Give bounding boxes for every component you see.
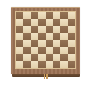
square-a3[interactable] xyxy=(16,47,23,54)
square-c4[interactable] xyxy=(31,40,38,47)
square-g5[interactable] xyxy=(60,33,67,40)
square-f8[interactable] xyxy=(53,12,60,19)
chess-board xyxy=(11,7,80,77)
square-f4[interactable] xyxy=(53,40,60,47)
square-a6[interactable] xyxy=(16,26,23,33)
square-e3[interactable] xyxy=(46,47,53,54)
square-f5[interactable] xyxy=(53,33,60,40)
square-h1[interactable] xyxy=(68,61,75,68)
square-b7[interactable] xyxy=(23,19,30,26)
square-h8[interactable] xyxy=(68,12,75,19)
square-e5[interactable] xyxy=(46,33,53,40)
square-a8[interactable] xyxy=(16,12,23,19)
square-d1[interactable] xyxy=(38,61,45,68)
square-g4[interactable] xyxy=(60,40,67,47)
square-g1[interactable] xyxy=(60,61,67,68)
square-c3[interactable] xyxy=(31,47,38,54)
board-inner-border xyxy=(15,11,76,69)
square-c2[interactable] xyxy=(31,54,38,61)
square-d7[interactable] xyxy=(38,19,45,26)
square-d6[interactable] xyxy=(38,26,45,33)
square-d2[interactable] xyxy=(38,54,45,61)
square-a1[interactable] xyxy=(16,61,23,68)
square-e1[interactable] xyxy=(46,61,53,68)
square-d4[interactable] xyxy=(38,40,45,47)
square-a4[interactable] xyxy=(16,40,23,47)
square-g7[interactable] xyxy=(60,19,67,26)
square-c6[interactable] xyxy=(31,26,38,33)
square-g8[interactable] xyxy=(60,12,67,19)
square-d5[interactable] xyxy=(38,33,45,40)
square-b5[interactable] xyxy=(23,33,30,40)
square-e2[interactable] xyxy=(46,54,53,61)
square-h6[interactable] xyxy=(68,26,75,33)
square-g2[interactable] xyxy=(60,54,67,61)
square-f1[interactable] xyxy=(53,61,60,68)
square-f2[interactable] xyxy=(53,54,60,61)
clasp-prong-right xyxy=(46,74,48,79)
square-c5[interactable] xyxy=(31,33,38,40)
square-b4[interactable] xyxy=(23,40,30,47)
square-e7[interactable] xyxy=(46,19,53,26)
square-c1[interactable] xyxy=(31,61,38,68)
square-a7[interactable] xyxy=(16,19,23,26)
square-c8[interactable] xyxy=(31,12,38,19)
square-a5[interactable] xyxy=(16,33,23,40)
square-h5[interactable] xyxy=(68,33,75,40)
square-g3[interactable] xyxy=(60,47,67,54)
square-b1[interactable] xyxy=(23,61,30,68)
square-e6[interactable] xyxy=(46,26,53,33)
square-e4[interactable] xyxy=(46,40,53,47)
square-b6[interactable] xyxy=(23,26,30,33)
square-a2[interactable] xyxy=(16,54,23,61)
brass-clasp-icon xyxy=(44,74,48,79)
square-c7[interactable] xyxy=(31,19,38,26)
square-h2[interactable] xyxy=(68,54,75,61)
square-b3[interactable] xyxy=(23,47,30,54)
clasp-prong-left xyxy=(44,74,46,79)
square-h4[interactable] xyxy=(68,40,75,47)
square-g6[interactable] xyxy=(60,26,67,33)
board-grid xyxy=(16,12,75,68)
square-h7[interactable] xyxy=(68,19,75,26)
square-f6[interactable] xyxy=(53,26,60,33)
square-b2[interactable] xyxy=(23,54,30,61)
square-h3[interactable] xyxy=(68,47,75,54)
square-f7[interactable] xyxy=(53,19,60,26)
square-e8[interactable] xyxy=(46,12,53,19)
square-d3[interactable] xyxy=(38,47,45,54)
square-b8[interactable] xyxy=(23,12,30,19)
product-photo xyxy=(0,0,90,90)
square-f3[interactable] xyxy=(53,47,60,54)
square-d8[interactable] xyxy=(38,12,45,19)
